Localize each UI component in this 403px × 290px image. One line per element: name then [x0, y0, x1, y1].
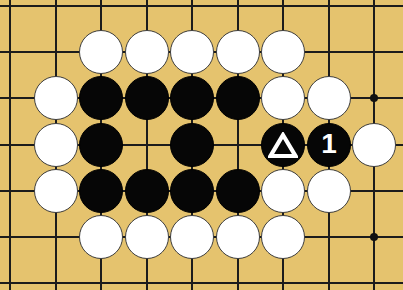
- stone-black: [125, 76, 169, 120]
- stone-white: [125, 30, 169, 74]
- stone-white: [125, 215, 169, 259]
- stone-black: [79, 169, 123, 213]
- triangle-marker-icon: [268, 132, 298, 159]
- go-board[interactable]: 1: [0, 0, 403, 290]
- stone-white: [261, 169, 305, 213]
- stone-white: [79, 30, 123, 74]
- stone-black-triangle-marked: [261, 123, 305, 167]
- stone-black-move-1: 1: [307, 123, 351, 167]
- stone-white: [170, 30, 214, 74]
- grid-line-horizontal-7: [0, 282, 403, 284]
- stone-white: [34, 76, 78, 120]
- stone-black: [79, 123, 123, 167]
- move-number-label: 1: [321, 130, 337, 158]
- stone-black: [79, 76, 123, 120]
- stone-white: [307, 169, 351, 213]
- stone-black: [216, 76, 260, 120]
- stone-white: [352, 123, 396, 167]
- stone-white: [261, 30, 305, 74]
- stone-black: [170, 76, 214, 120]
- stone-white: [170, 215, 214, 259]
- star-point: [370, 94, 378, 102]
- star-point: [370, 233, 378, 241]
- stone-white: [34, 169, 78, 213]
- stone-white: [216, 215, 260, 259]
- stone-black: [170, 169, 214, 213]
- stone-white: [216, 30, 260, 74]
- stone-white: [34, 123, 78, 167]
- stone-black: [216, 169, 260, 213]
- stone-white: [79, 215, 123, 259]
- stone-white: [261, 76, 305, 120]
- stone-white: [261, 215, 305, 259]
- grid-line-horizontal-1: [0, 5, 403, 7]
- stone-black: [125, 169, 169, 213]
- stone-white: [307, 76, 351, 120]
- stone-black: [170, 123, 214, 167]
